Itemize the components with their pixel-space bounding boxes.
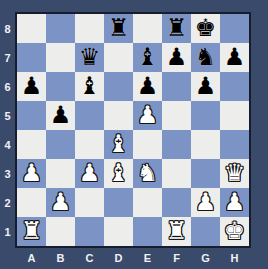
- square-d3[interactable]: ♝: [104, 159, 133, 188]
- square-d4[interactable]: ♝: [104, 130, 133, 159]
- rank-label-5: 5: [0, 101, 15, 130]
- piece-black-bishop-e7[interactable]: ♝: [137, 43, 159, 72]
- file-labels: ABCDEFGH: [17, 249, 249, 266]
- square-e4[interactable]: [133, 130, 162, 159]
- square-a2[interactable]: [17, 188, 46, 217]
- square-e5[interactable]: ♟: [133, 101, 162, 130]
- square-d2[interactable]: [104, 188, 133, 217]
- square-h1[interactable]: ♚: [220, 217, 249, 246]
- square-f8[interactable]: ♜: [162, 14, 191, 43]
- square-g1[interactable]: [191, 217, 220, 246]
- piece-white-pawn-h2[interactable]: ♟: [224, 188, 246, 217]
- square-a5[interactable]: [17, 101, 46, 130]
- rank-label-2: 2: [0, 188, 15, 217]
- square-g6[interactable]: ♟: [191, 72, 220, 101]
- rank-label-3: 3: [0, 159, 15, 188]
- file-label-e: E: [133, 249, 162, 266]
- square-e6[interactable]: ♟: [133, 72, 162, 101]
- piece-black-pawn-f7[interactable]: ♟: [166, 43, 188, 72]
- piece-white-pawn-b2[interactable]: ♟: [50, 188, 72, 217]
- piece-black-bishop-c6[interactable]: ♝: [79, 72, 101, 101]
- square-h8[interactable]: [220, 14, 249, 43]
- square-b2[interactable]: ♟: [46, 188, 75, 217]
- square-h3[interactable]: ♛: [220, 159, 249, 188]
- rank-label-1: 1: [0, 217, 15, 246]
- file-label-b: B: [46, 249, 75, 266]
- square-g2[interactable]: ♟: [191, 188, 220, 217]
- square-g3[interactable]: [191, 159, 220, 188]
- square-b6[interactable]: [46, 72, 75, 101]
- piece-black-rook-d8[interactable]: ♜: [108, 14, 130, 43]
- square-a4[interactable]: [17, 130, 46, 159]
- piece-white-bishop-d4[interactable]: ♝: [108, 130, 130, 159]
- rank-label-6: 6: [0, 72, 15, 101]
- file-label-f: F: [162, 249, 191, 266]
- square-g4[interactable]: [191, 130, 220, 159]
- chess-diagram: 87654321 ♜♜♚♛♝♟♞♟♟♝♟♟♟♟♝♟♟♝♞♛♟♟♟♜♜♚ ABCD…: [0, 0, 268, 269]
- square-c1[interactable]: [75, 217, 104, 246]
- piece-black-pawn-g6[interactable]: ♟: [195, 72, 217, 101]
- piece-white-pawn-e5[interactable]: ♟: [137, 101, 159, 130]
- square-e7[interactable]: ♝: [133, 43, 162, 72]
- rank-labels: 87654321: [0, 14, 15, 246]
- square-h6[interactable]: [220, 72, 249, 101]
- file-label-h: H: [220, 249, 249, 266]
- square-h7[interactable]: ♟: [220, 43, 249, 72]
- square-b8[interactable]: [46, 14, 75, 43]
- square-c6[interactable]: ♝: [75, 72, 104, 101]
- square-f7[interactable]: ♟: [162, 43, 191, 72]
- file-label-d: D: [104, 249, 133, 266]
- piece-white-bishop-d3[interactable]: ♝: [108, 159, 130, 188]
- piece-white-rook-a1[interactable]: ♜: [21, 217, 43, 246]
- piece-black-pawn-h7[interactable]: ♟: [224, 43, 246, 72]
- piece-white-knight-e3[interactable]: ♞: [137, 159, 159, 188]
- square-e2[interactable]: [133, 188, 162, 217]
- square-c7[interactable]: ♛: [75, 43, 104, 72]
- square-f2[interactable]: [162, 188, 191, 217]
- square-e8[interactable]: [133, 14, 162, 43]
- square-c5[interactable]: [75, 101, 104, 130]
- square-d6[interactable]: [104, 72, 133, 101]
- square-b5[interactable]: ♟: [46, 101, 75, 130]
- file-label-a: A: [17, 249, 46, 266]
- piece-black-knight-g7[interactable]: ♞: [195, 43, 217, 72]
- file-label-g: G: [191, 249, 220, 266]
- square-c4[interactable]: [75, 130, 104, 159]
- square-c3[interactable]: ♟: [75, 159, 104, 188]
- piece-black-king-g8[interactable]: ♚: [195, 14, 217, 43]
- square-f6[interactable]: [162, 72, 191, 101]
- rank-label-8: 8: [0, 14, 15, 43]
- square-c8[interactable]: [75, 14, 104, 43]
- square-g8[interactable]: ♚: [191, 14, 220, 43]
- square-d5[interactable]: [104, 101, 133, 130]
- square-a3[interactable]: ♟: [17, 159, 46, 188]
- piece-white-queen-h3[interactable]: ♛: [224, 159, 246, 188]
- square-g7[interactable]: ♞: [191, 43, 220, 72]
- square-a6[interactable]: ♟: [17, 72, 46, 101]
- square-e3[interactable]: ♞: [133, 159, 162, 188]
- piece-black-pawn-a6[interactable]: ♟: [21, 72, 43, 101]
- square-c2[interactable]: [75, 188, 104, 217]
- piece-white-rook-f1[interactable]: ♜: [166, 217, 188, 246]
- square-b7[interactable]: [46, 43, 75, 72]
- square-h4[interactable]: [220, 130, 249, 159]
- square-a7[interactable]: [17, 43, 46, 72]
- square-f3[interactable]: [162, 159, 191, 188]
- piece-black-pawn-b5[interactable]: ♟: [50, 101, 72, 130]
- square-f4[interactable]: [162, 130, 191, 159]
- square-f1[interactable]: ♜: [162, 217, 191, 246]
- file-label-c: C: [75, 249, 104, 266]
- square-b3[interactable]: [46, 159, 75, 188]
- rank-label-7: 7: [0, 43, 15, 72]
- square-b4[interactable]: [46, 130, 75, 159]
- square-e1[interactable]: [133, 217, 162, 246]
- piece-white-pawn-g2[interactable]: ♟: [195, 188, 217, 217]
- square-a8[interactable]: [17, 14, 46, 43]
- chess-board: ♜♜♚♛♝♟♞♟♟♝♟♟♟♟♝♟♟♝♞♛♟♟♟♜♜♚: [15, 12, 251, 248]
- square-d8[interactable]: ♜: [104, 14, 133, 43]
- square-h2[interactable]: ♟: [220, 188, 249, 217]
- square-a1[interactable]: ♜: [17, 217, 46, 246]
- square-b1[interactable]: [46, 217, 75, 246]
- piece-black-pawn-e6[interactable]: ♟: [137, 72, 159, 101]
- piece-black-rook-f8[interactable]: ♜: [166, 14, 188, 43]
- square-g5[interactable]: [191, 101, 220, 130]
- piece-white-king-h1[interactable]: ♚: [224, 217, 246, 246]
- rank-label-4: 4: [0, 130, 15, 159]
- square-d1[interactable]: [104, 217, 133, 246]
- square-d7[interactable]: [104, 43, 133, 72]
- piece-white-pawn-a3[interactable]: ♟: [21, 159, 43, 188]
- square-f5[interactable]: [162, 101, 191, 130]
- piece-white-pawn-c3[interactable]: ♟: [79, 159, 101, 188]
- square-h5[interactable]: [220, 101, 249, 130]
- piece-black-queen-c7[interactable]: ♛: [79, 43, 101, 72]
